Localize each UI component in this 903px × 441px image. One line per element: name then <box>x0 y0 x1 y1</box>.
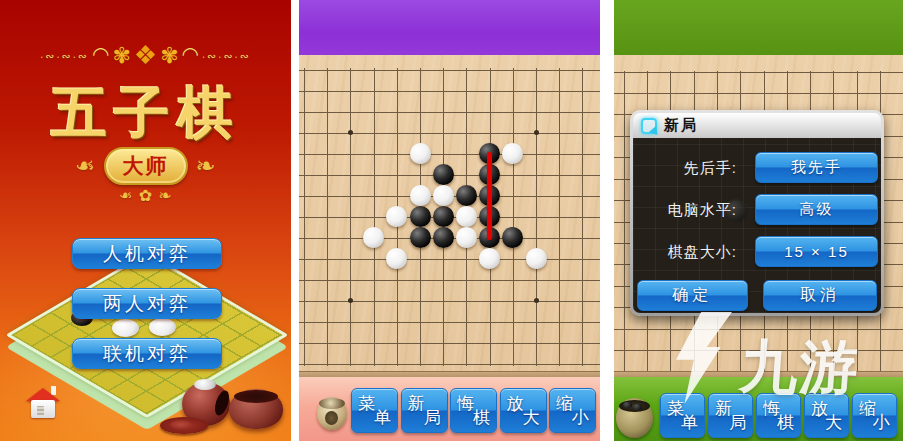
white-stone <box>386 206 407 227</box>
white-stone <box>433 185 454 206</box>
button-two-players[interactable]: 两人对弈 <box>72 288 222 319</box>
button-char-bottom: 大 <box>523 406 540 429</box>
grid-horizontal-line <box>614 350 903 351</box>
black-stone <box>433 227 454 248</box>
ornament-scroll-left: ∙∾∙∾∙∾ <box>40 50 89 63</box>
badge-garland: ❧ ✿ ❧ <box>0 186 291 205</box>
gold-ornament: ∙∾∙∾∙∾ ◠ ✾ ❖ ✾ ◠ ∙∾∙∾∙∾ <box>0 36 291 76</box>
bowl-lid <box>194 379 216 390</box>
toolbar-button-undo[interactable]: 悔棋 <box>450 388 497 433</box>
decorative-white-stone <box>149 318 176 336</box>
white-stone <box>479 248 500 269</box>
white-stone <box>363 227 384 248</box>
toolbar-button-new-game[interactable]: 新局 <box>708 393 753 438</box>
button-char-top: 新 <box>408 392 425 415</box>
bowl-rim <box>234 390 278 403</box>
button-char-top: 悔 <box>457 392 474 415</box>
button-char-top: 缩 <box>556 392 573 415</box>
dialog-title: 新局 <box>664 116 698 135</box>
button-char-bottom: 棋 <box>473 406 490 429</box>
button-char-bottom: 小 <box>873 411 890 434</box>
home-icon[interactable] <box>28 386 58 420</box>
button-char-bottom: 单 <box>681 411 698 434</box>
grid-horizontal-line <box>299 133 600 134</box>
purple-header-bar <box>299 0 600 55</box>
toolbar-button-new-game[interactable]: 新局 <box>401 388 448 433</box>
game-toolbar: 菜单新局悔棋放大缩小 <box>614 377 903 441</box>
grid-horizontal-line <box>614 93 903 94</box>
first-move-select[interactable]: 我先手 <box>755 152 878 183</box>
toolbar-button-zoom-out[interactable]: 缩小 <box>549 388 596 433</box>
dialog-body: 先后手: 我先手 电脑水平: 高级 棋盘大小: 15 × 15 确定 取消 <box>633 138 881 313</box>
white-stone <box>526 248 547 269</box>
toolbar-button-zoom-in[interactable]: 放大 <box>500 388 547 433</box>
green-header-bar <box>614 0 903 55</box>
gomoku-board[interactable] <box>299 55 600 377</box>
button-online-play[interactable]: 联机对弈 <box>72 338 222 369</box>
ornament-scroll-right: ∙∾∙∾∙∾ <box>202 50 251 63</box>
black-stone <box>502 227 523 248</box>
app-title: 五子棋 <box>0 76 291 152</box>
button-char-bottom: 单 <box>374 406 391 429</box>
button-char-bottom: 小 <box>572 406 589 429</box>
ornament-leaf-right-icon: ✾ <box>160 43 178 69</box>
ai-level-label: 电脑水平: <box>641 194 737 225</box>
grid-horizontal-line <box>614 72 903 73</box>
decorative-white-stone <box>112 319 139 337</box>
stone-bowl-icon <box>317 397 347 430</box>
black-stone <box>456 185 477 206</box>
dialog-titlebar: 新局 <box>633 113 881 138</box>
button-char-bottom: 局 <box>729 411 746 434</box>
toolbar-button-zoom-in[interactable]: 放大 <box>804 393 849 438</box>
dialog-row-board-size: 棋盘大小: 15 × 15 <box>633 236 881 267</box>
home-icon-door <box>37 406 44 415</box>
black-stone <box>410 206 431 227</box>
star-point <box>534 130 539 135</box>
white-stone <box>456 206 477 227</box>
ok-button[interactable]: 确定 <box>637 280 748 311</box>
button-char-bottom: 棋 <box>777 411 794 434</box>
dialog-row-first-move: 先后手: 我先手 <box>633 152 881 183</box>
board-grid <box>299 68 600 366</box>
grid-horizontal-line <box>614 329 903 330</box>
garland-left-icon: ❧ <box>119 186 132 205</box>
black-stone <box>410 227 431 248</box>
button-char-top: 放 <box>507 392 524 415</box>
master-badge: 大师 <box>104 147 188 185</box>
ornament-arc-right: ◠ <box>182 42 199 66</box>
white-stone <box>502 143 523 164</box>
dialog-row-ai-level: 电脑水平: 高级 <box>633 194 881 225</box>
grid-horizontal-line <box>299 280 600 281</box>
badge-flourish-left-icon: ❧ <box>75 152 95 180</box>
grid-horizontal-line <box>299 112 600 113</box>
open-stone-bowl <box>229 389 283 429</box>
toolbar-button-menu[interactable]: 菜单 <box>660 393 705 438</box>
black-stone <box>433 164 454 185</box>
panel-new-game-dialog: 新局 先后手: 我先手 电脑水平: 高级 棋盘大小: 15 × 15 确定 取消 <box>614 0 903 441</box>
new-game-icon <box>641 118 657 134</box>
button-char-top: 菜 <box>358 392 375 415</box>
panel-home-screen: ∙∾∙∾∙∾ ◠ ✾ ❖ ✾ ◠ ∙∾∙∾∙∾ 五子棋 ❧ 大师 ❧ ❧ ✿ ❧… <box>0 0 291 441</box>
ai-level-select[interactable]: 高级 <box>755 194 878 225</box>
white-stone <box>410 143 431 164</box>
white-stone <box>410 185 431 206</box>
black-stone <box>433 206 454 227</box>
button-char-bottom: 局 <box>424 406 441 429</box>
grid-horizontal-line <box>299 364 600 365</box>
grid-horizontal-line <box>299 259 600 260</box>
ornament-leaf-left-icon: ✾ <box>112 43 130 69</box>
grid-horizontal-line <box>299 70 600 71</box>
board-size-label: 棋盘大小: <box>641 236 737 267</box>
first-move-label: 先后手: <box>641 152 737 183</box>
garland-flower-icon: ✿ <box>139 186 152 205</box>
cancel-button[interactable]: 取消 <box>763 280 877 311</box>
toolbar-button-undo[interactable]: 悔棋 <box>756 393 801 438</box>
panel-game-board: 菜单新局悔棋放大缩小 <box>299 0 600 441</box>
black-stone-in-bowl <box>623 402 632 408</box>
toolbar-button-menu[interactable]: 菜单 <box>351 388 398 433</box>
win-line <box>487 152 492 240</box>
toolbar-button-zoom-out[interactable]: 缩小 <box>852 393 897 438</box>
ornament-flower-icon: ❖ <box>134 40 157 71</box>
grid-horizontal-line <box>299 154 600 155</box>
stone-bowl-icon <box>616 398 653 438</box>
black-stone-in-bowl <box>633 404 642 410</box>
grid-horizontal-line <box>299 322 600 323</box>
grid-horizontal-line <box>299 343 600 344</box>
star-point <box>348 130 353 135</box>
bowl-opening <box>319 398 345 409</box>
grid-horizontal-line <box>299 301 600 302</box>
white-stone <box>386 248 407 269</box>
star-point <box>348 298 353 303</box>
ornament-arc-left: ◠ <box>92 42 109 66</box>
badge-row: ❧ 大师 ❧ <box>0 147 291 185</box>
new-game-dialog: 新局 先后手: 我先手 电脑水平: 高级 棋盘大小: 15 × 15 确定 取消 <box>630 110 884 316</box>
button-char-bottom: 大 <box>825 411 842 434</box>
grid-horizontal-line <box>299 91 600 92</box>
board-size-select[interactable]: 15 × 15 <box>755 236 878 267</box>
dish-stone <box>170 420 192 429</box>
garland-right-icon: ❧ <box>158 186 171 205</box>
white-stone <box>456 227 477 248</box>
button-human-vs-computer[interactable]: 人机对弈 <box>72 238 222 269</box>
stone-dish <box>160 417 208 434</box>
bowl-swirl <box>325 411 338 425</box>
star-point <box>534 298 539 303</box>
badge-flourish-right-icon: ❧ <box>196 152 216 180</box>
game-toolbar: 菜单新局悔棋放大缩小 <box>299 377 600 441</box>
app-screenshot: ∙∾∙∾∙∾ ◠ ✾ ❖ ✾ ◠ ∙∾∙∾∙∾ 五子棋 ❧ 大师 ❧ ❧ ✿ ❧… <box>0 0 903 441</box>
